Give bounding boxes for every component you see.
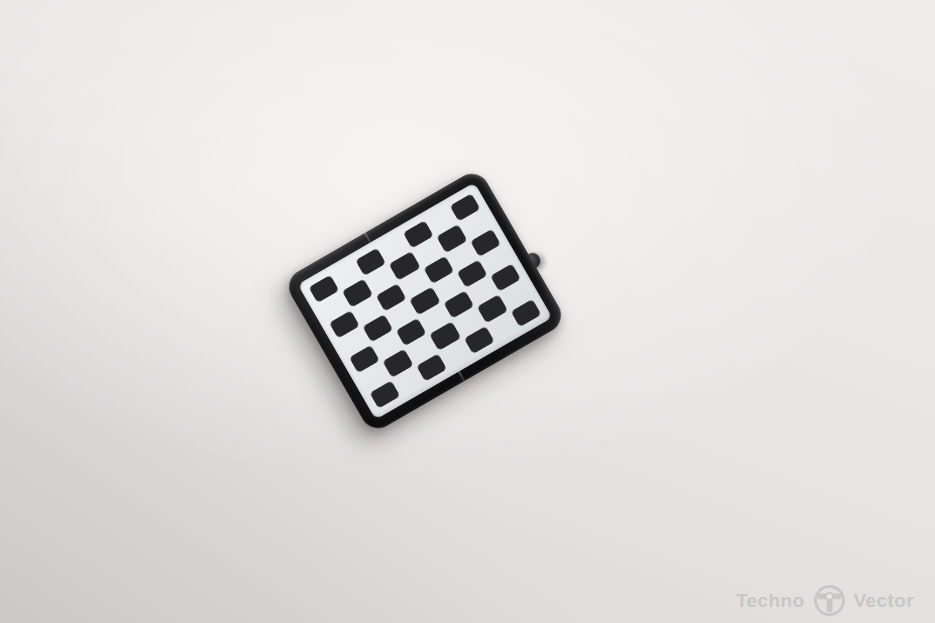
watermark-text-techno: Techno <box>736 590 805 612</box>
frame-hinge-seam-bottom <box>457 370 465 381</box>
checkerboard-grid <box>307 192 543 410</box>
board-frame <box>283 167 568 434</box>
watermark: Techno Vector <box>736 583 914 618</box>
photo-background: Techno Vector <box>0 0 935 623</box>
board-plate <box>298 182 553 419</box>
calibration-board <box>283 167 568 434</box>
techno-vector-logo-icon <box>812 583 847 618</box>
watermark-text-vector: Vector <box>854 590 915 612</box>
